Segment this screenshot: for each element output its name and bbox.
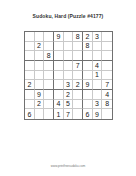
page-root: Sudoku, Hard (Puzzle #4177) 982328874123… <box>0 0 136 176</box>
sudoku-cell: 9 <box>83 80 93 90</box>
sudoku-cell <box>25 100 35 110</box>
sudoku-cell: 8 <box>102 100 112 110</box>
sudoku-cell: 7 <box>64 109 74 119</box>
sudoku-cell <box>93 90 103 100</box>
sudoku-cell <box>35 32 45 42</box>
sudoku-cell <box>102 71 112 81</box>
sudoku-cell: 8 <box>83 42 93 52</box>
sudoku-cell: 6 <box>83 109 93 119</box>
sudoku-cell: 9 <box>35 90 45 100</box>
sudoku-cell <box>44 80 54 90</box>
sudoku-cell <box>35 51 45 61</box>
sudoku-cell: 4 <box>54 100 64 110</box>
sudoku-cell <box>64 42 74 52</box>
sudoku-cell: 4 <box>102 90 112 100</box>
sudoku-cell <box>83 71 93 81</box>
sudoku-cell <box>73 51 83 61</box>
sudoku-cell <box>44 71 54 81</box>
sudoku-cell <box>25 51 35 61</box>
sudoku-cell: 6 <box>25 109 35 119</box>
sudoku-cell <box>44 61 54 71</box>
sudoku-cell <box>44 32 54 42</box>
sudoku-cell <box>73 42 83 52</box>
sudoku-cell <box>73 100 83 110</box>
sudoku-cell <box>64 51 74 61</box>
sudoku-cell <box>83 61 93 71</box>
sudoku-cell: 9 <box>93 109 103 119</box>
sudoku-cell <box>93 80 103 90</box>
sudoku-cell: 5 <box>64 100 74 110</box>
sudoku-cell <box>25 61 35 71</box>
sudoku-cell <box>54 80 64 90</box>
sudoku-cell <box>93 51 103 61</box>
sudoku-cell <box>83 51 93 61</box>
sudoku-cell <box>25 42 35 52</box>
sudoku-cell <box>54 61 64 71</box>
sudoku-cell <box>44 100 54 110</box>
sudoku-cell: 2 <box>35 100 45 110</box>
sudoku-cell: 2 <box>35 42 45 52</box>
sudoku-cell <box>25 32 35 42</box>
sudoku-cell: 2 <box>83 32 93 42</box>
sudoku-cell <box>54 71 64 81</box>
sudoku-cell: 1 <box>54 109 64 119</box>
sudoku-cell <box>73 71 83 81</box>
sudoku-cell: 7 <box>102 80 112 90</box>
sudoku-cell <box>73 109 83 119</box>
sudoku-cell <box>44 90 54 100</box>
sudoku-cell <box>35 109 45 119</box>
sudoku-cell <box>44 42 54 52</box>
sudoku-cell <box>35 61 45 71</box>
sudoku-cell <box>83 90 93 100</box>
sudoku-cell <box>64 71 74 81</box>
sudoku-cell <box>54 51 64 61</box>
sudoku-cell <box>44 109 54 119</box>
sudoku-cell: 8 <box>73 32 83 42</box>
sudoku-cell <box>35 80 45 90</box>
sudoku-cell <box>93 42 103 52</box>
sudoku-cell <box>83 100 93 110</box>
sudoku-cell <box>102 109 112 119</box>
sudoku-cell <box>25 71 35 81</box>
sudoku-grid: 9823288741232979242453861769 <box>24 31 113 120</box>
sudoku-cell <box>102 51 112 61</box>
sudoku-cell <box>54 90 64 100</box>
sudoku-cell: 1 <box>93 71 103 81</box>
sudoku-cell: 3 <box>93 100 103 110</box>
sudoku-cell: 3 <box>93 32 103 42</box>
sudoku-cell: 8 <box>44 51 54 61</box>
sudoku-cell: 2 <box>25 80 35 90</box>
sudoku-cell: 9 <box>54 32 64 42</box>
sudoku-cell: 4 <box>93 61 103 71</box>
footer-url: www.printfreesudoku.com <box>0 164 136 168</box>
sudoku-cell <box>102 42 112 52</box>
sudoku-cell <box>102 32 112 42</box>
sudoku-cell: 7 <box>73 61 83 71</box>
sudoku-cell <box>54 42 64 52</box>
page-title: Sudoku, Hard (Puzzle #4177) <box>0 13 136 19</box>
sudoku-cell: 2 <box>64 90 74 100</box>
sudoku-cell <box>102 61 112 71</box>
sudoku-cell <box>64 61 74 71</box>
sudoku-cell <box>73 90 83 100</box>
sudoku-cell: 3 <box>64 80 74 90</box>
sudoku-cell <box>35 71 45 81</box>
sudoku-cell <box>64 32 74 42</box>
sudoku-cell <box>25 90 35 100</box>
sudoku-cell: 2 <box>73 80 83 90</box>
